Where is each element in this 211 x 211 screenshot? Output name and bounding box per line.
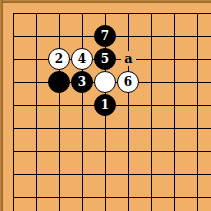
grid-line-vertical [59, 13, 60, 211]
stone-black-1: 1 [94, 94, 116, 116]
grid-line-vertical [13, 13, 14, 211]
grid-line-vertical [36, 13, 37, 211]
stone-white-4: 4 [71, 48, 93, 70]
board-edge-top [0, 0, 211, 3]
stone-black-5: 5 [94, 48, 116, 70]
grid-line-vertical [197, 13, 198, 211]
board-edge-left [0, 0, 3, 211]
grid-line-horizontal [13, 151, 211, 152]
stone-black [48, 71, 70, 93]
stone-black-7: 7 [94, 25, 116, 47]
grid-line-vertical [82, 13, 83, 211]
grid-line-horizontal [13, 174, 211, 175]
grid-line-horizontal [13, 197, 211, 198]
grid-line-vertical [174, 13, 175, 211]
grid-line-vertical [128, 13, 129, 211]
stone-white [94, 71, 116, 93]
stone-black-3: 3 [71, 71, 93, 93]
stone-white-6: 6 [117, 71, 139, 93]
grid-line-horizontal [13, 128, 211, 129]
point-label-a: a [121, 51, 136, 66]
stone-white-2: 2 [48, 48, 70, 70]
go-board: a1234567 [0, 0, 211, 211]
grid-line-horizontal [13, 13, 211, 14]
grid-line-vertical [151, 13, 152, 211]
